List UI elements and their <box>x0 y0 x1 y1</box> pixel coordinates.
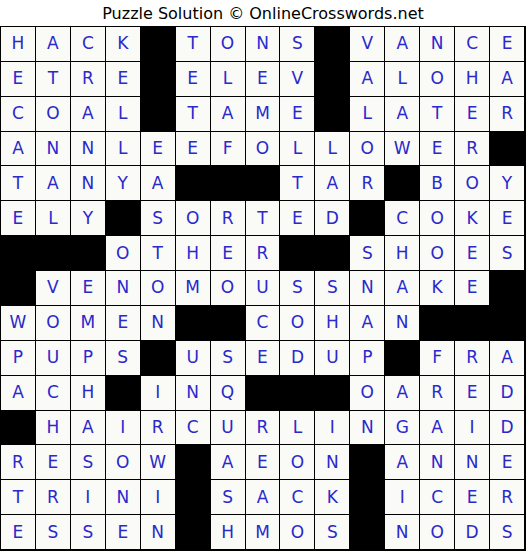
letter-cell-r12c6: C <box>176 411 210 445</box>
letter-cell-r9c12: N <box>385 306 419 340</box>
letter-cell-r13c10: N <box>315 445 349 479</box>
letter-cell-r13c3: S <box>71 445 105 479</box>
letter-cell-r6c6: O <box>176 201 210 235</box>
black-cell-r11c4 <box>106 376 140 410</box>
letter-cell-r15c9: O <box>280 515 314 549</box>
letter-cell-r5c14: O <box>455 166 489 200</box>
letter-cell-r3c11: L <box>350 97 384 131</box>
black-cell-r2c5 <box>141 62 175 96</box>
letter-cell-r1c8: N <box>246 27 280 61</box>
black-cell-r7c1 <box>1 236 35 270</box>
letter-cell-r1c14: C <box>455 27 489 61</box>
letter-cell-r4c10: L <box>315 132 349 166</box>
letter-cell-r8c2: V <box>36 271 70 305</box>
letter-cell-r15c10: S <box>315 515 349 549</box>
letter-cell-r1c2: A <box>36 27 70 61</box>
letter-cell-r3c14: E <box>455 97 489 131</box>
letter-cell-r11c12: A <box>385 376 419 410</box>
black-cell-r5c7 <box>211 166 245 200</box>
letter-cell-r10c6: U <box>176 341 210 375</box>
letter-cell-r13c9: O <box>280 445 314 479</box>
black-cell-r9c7 <box>211 306 245 340</box>
black-cell-r3c5 <box>141 97 175 131</box>
letter-cell-r6c5: S <box>141 201 175 235</box>
black-cell-r5c6 <box>176 166 210 200</box>
letter-cell-r8c13: K <box>420 271 454 305</box>
black-cell-r7c3 <box>71 236 105 270</box>
letter-cell-r11c2: C <box>36 376 70 410</box>
letter-cell-r9c4: E <box>106 306 140 340</box>
letter-cell-r11c14: E <box>455 376 489 410</box>
letter-cell-r3c13: T <box>420 97 454 131</box>
letter-cell-r4c3: N <box>71 132 105 166</box>
letter-cell-r6c8: T <box>246 201 280 235</box>
letter-cell-r15c5: N <box>141 515 175 549</box>
black-cell-r3c10 <box>315 97 349 131</box>
letter-cell-r6c3: Y <box>71 201 105 235</box>
letter-cell-r10c2: U <box>36 341 70 375</box>
black-cell-r1c5 <box>141 27 175 61</box>
black-cell-r8c15 <box>490 271 524 305</box>
letter-cell-r10c10: U <box>315 341 349 375</box>
letter-cell-r6c14: K <box>455 201 489 235</box>
letter-cell-r5c5: A <box>141 166 175 200</box>
letter-cell-r11c1: A <box>1 376 35 410</box>
letter-cell-r3c1: C <box>1 97 35 131</box>
black-cell-r8c1 <box>1 271 35 305</box>
letter-cell-r8c11: N <box>350 271 384 305</box>
letter-cell-r2c8: E <box>246 62 280 96</box>
letter-cell-r5c2: A <box>36 166 70 200</box>
letter-cell-r3c15: R <box>490 97 524 131</box>
letter-cell-r14c7: S <box>211 480 245 514</box>
letter-cell-r9c10: H <box>315 306 349 340</box>
letter-cell-r12c13: A <box>420 411 454 445</box>
letter-cell-r7c6: H <box>176 236 210 270</box>
black-cell-r15c6 <box>176 515 210 549</box>
letter-cell-r3c7: A <box>211 97 245 131</box>
black-cell-r4c15 <box>490 132 524 166</box>
letter-cell-r4c12: W <box>385 132 419 166</box>
letter-cell-r8c12: A <box>385 271 419 305</box>
letter-cell-r3c8: M <box>246 97 280 131</box>
letter-cell-r2c7: L <box>211 62 245 96</box>
letter-cell-r1c15: E <box>490 27 524 61</box>
letter-cell-r9c1: W <box>1 306 35 340</box>
letter-cell-r14c14: E <box>455 480 489 514</box>
letter-cell-r3c12: A <box>385 97 419 131</box>
letter-cell-r12c12: G <box>385 411 419 445</box>
letter-cell-r8c7: O <box>211 271 245 305</box>
letter-cell-r14c12: I <box>385 480 419 514</box>
letter-cell-r15c1: E <box>1 515 35 549</box>
letter-cell-r9c3: M <box>71 306 105 340</box>
letter-cell-r5c10: A <box>315 166 349 200</box>
letter-cell-r2c14: H <box>455 62 489 96</box>
letter-cell-r2c2: T <box>36 62 70 96</box>
letter-cell-r4c9: L <box>280 132 314 166</box>
letter-cell-r6c1: E <box>1 201 35 235</box>
black-cell-r7c10 <box>315 236 349 270</box>
letter-cell-r8c3: E <box>71 271 105 305</box>
letter-cell-r7c14: E <box>455 236 489 270</box>
letter-cell-r6c2: L <box>36 201 70 235</box>
letter-cell-r10c11: P <box>350 341 384 375</box>
letter-cell-r12c9: L <box>280 411 314 445</box>
letter-cell-r9c9: O <box>280 306 314 340</box>
letter-cell-r15c4: E <box>106 515 140 549</box>
letter-cell-r1c7: O <box>211 27 245 61</box>
letter-cell-r5c3: N <box>71 166 105 200</box>
letter-cell-r2c12: L <box>385 62 419 96</box>
letter-cell-r1c1: H <box>1 27 35 61</box>
letter-cell-r8c10: S <box>315 271 349 305</box>
letter-cell-r10c15: A <box>490 341 524 375</box>
letter-cell-r4c4: L <box>106 132 140 166</box>
letter-cell-r1c11: V <box>350 27 384 61</box>
letter-cell-r9c8: C <box>246 306 280 340</box>
letter-cell-r3c2: O <box>36 97 70 131</box>
letter-cell-r15c8: M <box>246 515 280 549</box>
letter-cell-r1c6: T <box>176 27 210 61</box>
letter-cell-r11c6: N <box>176 376 210 410</box>
letter-cell-r11c3: H <box>71 376 105 410</box>
black-cell-r9c15 <box>490 306 524 340</box>
letter-cell-r1c4: K <box>106 27 140 61</box>
letter-cell-r7c15: S <box>490 236 524 270</box>
letter-cell-r5c1: T <box>1 166 35 200</box>
letter-cell-r8c8: U <box>246 271 280 305</box>
letter-cell-r10c9: D <box>280 341 314 375</box>
puzzle-title: Puzzle Solution © OnlineCrosswords.net <box>0 0 526 26</box>
letter-cell-r12c8: R <box>246 411 280 445</box>
black-cell-r1c10 <box>315 27 349 61</box>
letter-cell-r12c11: N <box>350 411 384 445</box>
letter-cell-r8c5: O <box>141 271 175 305</box>
letter-cell-r8c4: N <box>106 271 140 305</box>
letter-cell-r10c1: P <box>1 341 35 375</box>
letter-cell-r14c2: R <box>36 480 70 514</box>
letter-cell-r4c8: O <box>246 132 280 166</box>
letter-cell-r12c14: I <box>455 411 489 445</box>
crossword-grid: HACKTONSVANCEETREELEVALOHACOALTAMELATERA… <box>0 26 526 551</box>
letter-cell-r8c9: S <box>280 271 314 305</box>
letter-cell-r6c15: E <box>490 201 524 235</box>
letter-cell-r7c5: T <box>141 236 175 270</box>
black-cell-r14c11 <box>350 480 384 514</box>
black-cell-r9c6 <box>176 306 210 340</box>
letter-cell-r11c11: O <box>350 376 384 410</box>
letter-cell-r10c4: S <box>106 341 140 375</box>
letter-cell-r3c3: A <box>71 97 105 131</box>
letter-cell-r13c1: R <box>1 445 35 479</box>
letter-cell-r8c6: M <box>176 271 210 305</box>
letter-cell-r12c5: R <box>141 411 175 445</box>
letter-cell-r5c11: R <box>350 166 384 200</box>
letter-cell-r6c13: O <box>420 201 454 235</box>
letter-cell-r5c15: Y <box>490 166 524 200</box>
letter-cell-r2c1: E <box>1 62 35 96</box>
letter-cell-r10c3: P <box>71 341 105 375</box>
letter-cell-r10c14: R <box>455 341 489 375</box>
letter-cell-r14c13: C <box>420 480 454 514</box>
black-cell-r9c14 <box>455 306 489 340</box>
letter-cell-r13c12: A <box>385 445 419 479</box>
letter-cell-r3c6: T <box>176 97 210 131</box>
letter-cell-r13c14: N <box>455 445 489 479</box>
letter-cell-r13c4: O <box>106 445 140 479</box>
black-cell-r9c13 <box>420 306 454 340</box>
black-cell-r11c10 <box>315 376 349 410</box>
letter-cell-r6c12: C <box>385 201 419 235</box>
letter-cell-r13c13: N <box>420 445 454 479</box>
black-cell-r12c1 <box>1 411 35 445</box>
letter-cell-r15c15: S <box>490 515 524 549</box>
letter-cell-r15c13: O <box>420 515 454 549</box>
black-cell-r11c8 <box>246 376 280 410</box>
letter-cell-r15c12: N <box>385 515 419 549</box>
letter-cell-r4c5: E <box>141 132 175 166</box>
black-cell-r15c11 <box>350 515 384 549</box>
letter-cell-r14c15: R <box>490 480 524 514</box>
letter-cell-r7c4: O <box>106 236 140 270</box>
letter-cell-r15c2: S <box>36 515 70 549</box>
letter-cell-r9c11: A <box>350 306 384 340</box>
letter-cell-r8c14: E <box>455 271 489 305</box>
letter-cell-r5c13: B <box>420 166 454 200</box>
letter-cell-r1c9: S <box>280 27 314 61</box>
letter-cell-r6c9: E <box>280 201 314 235</box>
black-cell-r7c9 <box>280 236 314 270</box>
letter-cell-r4c2: N <box>36 132 70 166</box>
letter-cell-r13c2: E <box>36 445 70 479</box>
letter-cell-r9c5: N <box>141 306 175 340</box>
letter-cell-r4c7: F <box>211 132 245 166</box>
letter-cell-r13c15: E <box>490 445 524 479</box>
letter-cell-r1c3: C <box>71 27 105 61</box>
black-cell-r6c4 <box>106 201 140 235</box>
letter-cell-r2c4: E <box>106 62 140 96</box>
letter-cell-r13c5: W <box>141 445 175 479</box>
letter-cell-r11c15: D <box>490 376 524 410</box>
black-cell-r11c9 <box>280 376 314 410</box>
letter-cell-r12c7: U <box>211 411 245 445</box>
black-cell-r5c12 <box>385 166 419 200</box>
letter-cell-r13c7: A <box>211 445 245 479</box>
letter-cell-r3c9: E <box>280 97 314 131</box>
black-cell-r10c5 <box>141 341 175 375</box>
letter-cell-r14c9: C <box>280 480 314 514</box>
letter-cell-r3c4: L <box>106 97 140 131</box>
letter-cell-r12c2: H <box>36 411 70 445</box>
letter-cell-r14c3: I <box>71 480 105 514</box>
letter-cell-r7c12: H <box>385 236 419 270</box>
letter-cell-r15c7: H <box>211 515 245 549</box>
letter-cell-r5c4: Y <box>106 166 140 200</box>
black-cell-r13c11 <box>350 445 384 479</box>
letter-cell-r9c2: O <box>36 306 70 340</box>
letter-cell-r14c8: A <box>246 480 280 514</box>
letter-cell-r12c15: D <box>490 411 524 445</box>
letter-cell-r2c3: R <box>71 62 105 96</box>
letter-cell-r2c15: A <box>490 62 524 96</box>
letter-cell-r4c11: O <box>350 132 384 166</box>
letter-cell-r14c4: N <box>106 480 140 514</box>
letter-cell-r1c13: N <box>420 27 454 61</box>
letter-cell-r15c14: D <box>455 515 489 549</box>
letter-cell-r1c12: A <box>385 27 419 61</box>
letter-cell-r12c4: I <box>106 411 140 445</box>
letter-cell-r14c5: I <box>141 480 175 514</box>
letter-cell-r7c11: S <box>350 236 384 270</box>
letter-cell-r2c9: V <box>280 62 314 96</box>
letter-cell-r7c8: R <box>246 236 280 270</box>
letter-cell-r11c5: I <box>141 376 175 410</box>
letter-cell-r2c6: E <box>176 62 210 96</box>
letter-cell-r4c6: E <box>176 132 210 166</box>
black-cell-r13c6 <box>176 445 210 479</box>
letter-cell-r5c9: T <box>280 166 314 200</box>
letter-cell-r15c3: S <box>71 515 105 549</box>
letter-cell-r11c13: R <box>420 376 454 410</box>
letter-cell-r7c13: O <box>420 236 454 270</box>
black-cell-r5c8 <box>246 166 280 200</box>
letter-cell-r13c8: E <box>246 445 280 479</box>
letter-cell-r14c1: T <box>1 480 35 514</box>
letter-cell-r12c10: I <box>315 411 349 445</box>
letter-cell-r4c13: E <box>420 132 454 166</box>
black-cell-r2c10 <box>315 62 349 96</box>
letter-cell-r6c10: D <box>315 201 349 235</box>
letter-cell-r2c13: O <box>420 62 454 96</box>
letter-cell-r10c7: S <box>211 341 245 375</box>
letter-cell-r10c13: F <box>420 341 454 375</box>
black-cell-r14c6 <box>176 480 210 514</box>
letter-cell-r4c14: R <box>455 132 489 166</box>
letter-cell-r14c10: K <box>315 480 349 514</box>
letter-cell-r4c1: A <box>1 132 35 166</box>
letter-cell-r11c7: Q <box>211 376 245 410</box>
letter-cell-r2c11: A <box>350 62 384 96</box>
letter-cell-r6c7: R <box>211 201 245 235</box>
letter-cell-r10c8: E <box>246 341 280 375</box>
black-cell-r10c12 <box>385 341 419 375</box>
letter-cell-r12c3: A <box>71 411 105 445</box>
black-cell-r6c11 <box>350 201 384 235</box>
puzzle-page: Puzzle Solution © OnlineCrosswords.net H… <box>0 0 526 551</box>
letter-cell-r7c7: E <box>211 236 245 270</box>
black-cell-r7c2 <box>36 236 70 270</box>
